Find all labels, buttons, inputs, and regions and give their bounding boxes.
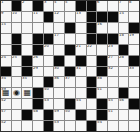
black-cell-r4c11 — [108, 34, 118, 44]
cell-r4c1[interactable] — [1, 34, 11, 44]
black-cell-r10c10 — [97, 99, 107, 109]
black-cell-r7c3 — [22, 67, 32, 77]
cell-r5c9[interactable]: 22 — [87, 45, 97, 55]
cell-r11c7[interactable]: 50 — [65, 110, 75, 120]
clue-number: 23 — [108, 45, 113, 48]
circle-mark-icon: ◉ — [12, 88, 22, 98]
clue-number: 37 — [65, 77, 70, 80]
cell-r9c5[interactable]: 40 — [44, 88, 54, 98]
cell-r2c8[interactable]: 13 — [76, 12, 86, 22]
cell-r3c5[interactable] — [44, 23, 54, 33]
clue-number: 47 — [1, 110, 6, 113]
cell-r3c11[interactable] — [108, 23, 118, 33]
clue-number: 48 — [33, 110, 38, 113]
cell-r12c2[interactable] — [12, 121, 22, 131]
clue-number: 2 — [22, 1, 24, 4]
cell-r8c12[interactable] — [119, 77, 129, 87]
cell-r6c2[interactable]: 25 — [12, 56, 22, 66]
clue-number: 44 — [76, 99, 81, 102]
black-cell-r7c1 — [1, 67, 11, 77]
black-cell-r2c10 — [97, 12, 107, 22]
black-cell-r1c4 — [33, 1, 43, 11]
black-cell-r4c4 — [33, 34, 43, 44]
clue-number: 14 — [119, 12, 124, 15]
cell-r12c3[interactable] — [22, 121, 32, 131]
cell-r6c4[interactable]: 26 — [33, 56, 43, 66]
cell-r2c1[interactable]: 9 — [1, 12, 11, 22]
cell-r9c7[interactable] — [65, 88, 75, 98]
clue-number: 7 — [119, 1, 121, 4]
hatch-mark-icon: ▦ — [1, 88, 11, 98]
cell-r1c7[interactable]: 5 — [65, 1, 75, 11]
cell-r2c7[interactable] — [65, 12, 75, 22]
cell-r6c1[interactable]: 24 — [1, 56, 11, 66]
black-cell-r10c13 — [129, 99, 139, 109]
cell-r2c3[interactable] — [22, 12, 32, 22]
cell-r4c8[interactable] — [76, 34, 86, 44]
cell-r5c1[interactable] — [1, 45, 11, 55]
clue-number: 24 — [1, 56, 6, 59]
black-cell-r11c5 — [44, 110, 54, 120]
cell-r11c13[interactable] — [129, 110, 139, 120]
clue-number: 25 — [12, 56, 17, 59]
cell-r9c3[interactable]: ▦ — [22, 88, 32, 98]
cell-r12c4[interactable] — [33, 121, 43, 131]
black-cell-r9c12 — [119, 88, 129, 98]
black-cell-r12c5 — [44, 121, 54, 131]
cell-r5c13[interactable] — [129, 45, 139, 55]
clue-number: 41 — [97, 88, 102, 91]
cell-r8c11[interactable] — [108, 77, 118, 87]
crossword-grid: 1234567891011121314151617181920212223242… — [0, 0, 140, 132]
clue-number: 11 — [33, 12, 38, 15]
clue-number: 12 — [54, 12, 59, 15]
clue-number: 34 — [1, 77, 6, 80]
cell-r5c5[interactable]: 20 — [44, 45, 54, 55]
cell-r12c10[interactable]: 54 — [97, 121, 107, 131]
black-cell-r6c10 — [97, 56, 107, 66]
cell-r9c11[interactable] — [108, 88, 118, 98]
black-cell-r10c7 — [65, 99, 75, 109]
cell-r1c3[interactable]: 2 — [22, 1, 32, 11]
clue-number: 36 — [54, 77, 59, 80]
clue-number: 33 — [129, 67, 134, 70]
black-cell-r2c9 — [87, 12, 97, 22]
cell-r8c8[interactable] — [76, 77, 86, 87]
cell-r4c12[interactable]: 18 — [119, 34, 129, 44]
cell-r10c8[interactable]: 44 — [76, 99, 86, 109]
cell-r3c12[interactable] — [119, 23, 129, 33]
cell-r9c13[interactable] — [129, 88, 139, 98]
black-cell-r5c7 — [65, 45, 75, 55]
clue-number: 45 — [108, 99, 113, 102]
black-cell-r6c8 — [76, 56, 86, 66]
clue-number: 6 — [97, 1, 99, 4]
cell-r10c11[interactable]: 45 — [108, 99, 118, 109]
cell-r2c12[interactable]: 14 — [119, 12, 129, 22]
cell-r6c9[interactable] — [87, 56, 97, 66]
cell-r8c6[interactable]: 36 — [54, 77, 64, 87]
cell-r10c9[interactable] — [87, 99, 97, 109]
cell-r1c1[interactable]: 1 — [1, 1, 11, 11]
black-cell-r11c3 — [22, 110, 32, 120]
cell-r5c6[interactable] — [54, 45, 64, 55]
cell-r11c2[interactable] — [12, 110, 22, 120]
clue-number: 5 — [65, 1, 67, 4]
cell-r11c4[interactable]: 48 — [33, 110, 43, 120]
cell-r4c3[interactable] — [22, 34, 32, 44]
cell-r12c8[interactable] — [76, 121, 86, 131]
black-cell-r8c5 — [44, 77, 54, 87]
cell-r10c5[interactable]: 43 — [44, 99, 54, 109]
clue-number: 17 — [54, 34, 59, 37]
crossword-page: 1234567891011121314151617181920212223242… — [0, 0, 140, 132]
cell-r12c11[interactable] — [108, 121, 118, 131]
cell-r3c4[interactable] — [33, 23, 43, 33]
black-cell-r3c7 — [65, 23, 75, 33]
black-cell-r5c2 — [12, 45, 22, 55]
cell-r10c1[interactable]: 42 — [1, 99, 11, 109]
clue-number: 51 — [108, 110, 113, 113]
clue-number: 9 — [1, 12, 3, 15]
cell-r7c12[interactable] — [119, 67, 129, 77]
cell-r8c4[interactable] — [33, 77, 43, 87]
cell-r9c8[interactable] — [76, 88, 86, 98]
clue-number: 3 — [44, 1, 46, 4]
black-cell-r4c10 — [97, 34, 107, 44]
cell-r3c3[interactable] — [22, 23, 32, 33]
clue-number: 31 — [76, 67, 81, 70]
black-cell-r5c12 — [119, 45, 129, 55]
cell-r1c5[interactable]: 3 — [44, 1, 54, 11]
cell-r7c8[interactable]: 31 — [76, 67, 86, 77]
cell-r11c12[interactable] — [119, 110, 129, 120]
black-cell-r4c5 — [44, 34, 54, 44]
clue-number: 22 — [87, 45, 92, 48]
black-cell-r7c7 — [65, 67, 75, 77]
black-cell-r9c4 — [33, 88, 43, 98]
black-cell-r4c9 — [87, 34, 97, 44]
black-cell-r6c13 — [129, 56, 139, 66]
cell-r12c12[interactable] — [119, 121, 129, 131]
cell-r3c8[interactable] — [76, 23, 86, 33]
cell-r11c9[interactable] — [87, 110, 97, 120]
clue-number: 20 — [44, 45, 49, 48]
black-cell-r9c9 — [87, 88, 97, 98]
clue-number: 35 — [22, 77, 27, 80]
clue-number: 27 — [108, 56, 113, 59]
cell-r3c6[interactable] — [54, 23, 64, 33]
cell-r12c1[interactable]: 52 — [1, 121, 11, 131]
black-cell-r5c4 — [33, 45, 43, 55]
clue-number: 32 — [108, 67, 113, 70]
clue-number: 50 — [65, 110, 70, 113]
cell-r1c6[interactable]: 4 — [54, 1, 64, 11]
cell-r9c6[interactable] — [54, 88, 64, 98]
cell-r7c5[interactable] — [44, 67, 54, 77]
black-cell-r1c9 — [87, 1, 97, 11]
cell-r9c10[interactable]: 41 — [97, 88, 107, 98]
cell-r3c10[interactable]: 16 — [97, 23, 107, 33]
clue-number: 26 — [33, 56, 38, 59]
cell-r8c13[interactable] — [129, 77, 139, 87]
cell-r7c2[interactable] — [12, 67, 22, 77]
cell-r9c1[interactable]: 39▦ — [1, 88, 11, 98]
cell-r4c13[interactable]: 19 — [129, 34, 139, 44]
hatch-mark-icon: ▦ — [22, 88, 32, 98]
clue-number: 29 — [33, 67, 38, 70]
cell-r8c7[interactable]: 37 — [65, 77, 75, 87]
black-cell-r3c9 — [87, 23, 97, 33]
black-cell-r1c2 — [12, 1, 22, 11]
cell-r4c6[interactable]: 17 — [54, 34, 64, 44]
clue-number: 46 — [119, 99, 124, 102]
clue-number: 54 — [97, 121, 102, 124]
black-cell-r7c10 — [97, 67, 107, 77]
cell-r8c3[interactable]: 35 — [22, 77, 32, 87]
cell-r7c6[interactable]: 30 — [54, 67, 64, 77]
clue-number: 40 — [44, 88, 49, 91]
black-cell-r1c8 — [76, 1, 86, 11]
cell-r7c13[interactable]: 33 — [129, 67, 139, 77]
clue-number: 18 — [119, 34, 124, 37]
cell-r10c2[interactable] — [12, 99, 22, 109]
black-cell-r10c4 — [33, 99, 43, 109]
cell-r6c7[interactable] — [65, 56, 75, 66]
cell-r8c1[interactable]: 34 — [1, 77, 11, 87]
clue-number: 53 — [54, 121, 59, 124]
cell-r5c3[interactable] — [22, 45, 32, 55]
cell-r11c1[interactable]: 47 — [1, 110, 11, 120]
cell-r1c13[interactable]: 8 — [129, 1, 139, 11]
black-cell-r6c3 — [22, 56, 32, 66]
clue-number: 8 — [129, 1, 131, 4]
cell-r8c2[interactable] — [12, 77, 22, 87]
cell-r6c5[interactable] — [44, 56, 54, 66]
cell-r2c13[interactable] — [129, 12, 139, 22]
black-cell-r11c10 — [97, 110, 107, 120]
cell-r4c7[interactable] — [65, 34, 75, 44]
clue-number: 43 — [44, 99, 49, 102]
clue-number: 16 — [97, 23, 102, 26]
black-cell-r6c6 — [54, 56, 64, 66]
cell-r11c11[interactable]: 51 — [108, 110, 118, 120]
cell-r2c2[interactable]: 10 — [12, 12, 22, 22]
cell-r5c10[interactable] — [97, 45, 107, 55]
clue-number: 19 — [129, 34, 134, 37]
cell-r12c6[interactable]: 53 — [54, 121, 64, 131]
black-cell-r2c11 — [108, 12, 118, 22]
black-cell-r12c9 — [87, 121, 97, 131]
cell-r10c12[interactable]: 46 — [119, 99, 129, 109]
clue-number: 28 — [119, 56, 124, 59]
cell-r2c6[interactable]: 12 — [54, 12, 64, 22]
clue-number: 4 — [54, 1, 56, 4]
cell-r7c9[interactable] — [87, 67, 97, 77]
cell-r8c10[interactable]: 38 — [97, 77, 107, 87]
clue-number: 38 — [97, 77, 102, 80]
cell-r5c8[interactable]: 21 — [76, 45, 86, 55]
cell-r9c2[interactable]: ◉ — [12, 88, 22, 98]
black-cell-r2c5 — [44, 12, 54, 22]
cell-r10c6[interactable] — [54, 99, 64, 109]
clue-number: 15 — [1, 23, 6, 26]
cell-r2c4[interactable]: 11 — [33, 12, 43, 22]
cell-r7c11[interactable]: 32 — [108, 67, 118, 77]
clue-number: 42 — [1, 99, 6, 102]
black-cell-r8c9 — [87, 77, 97, 87]
clue-number: 30 — [54, 67, 59, 70]
cell-r7c4[interactable]: 29 — [33, 67, 43, 77]
cell-r1c11[interactable] — [108, 1, 118, 11]
cell-r5c11[interactable]: 23 — [108, 45, 118, 55]
cell-r10c3[interactable] — [22, 99, 32, 109]
cell-r12c13[interactable] — [129, 121, 139, 131]
cell-r1c12[interactable]: 7 — [119, 1, 129, 11]
clue-number: 52 — [1, 121, 6, 124]
clue-number: 10 — [12, 12, 17, 15]
cell-r6c12[interactable]: 28 — [119, 56, 129, 66]
cell-r3c1[interactable]: 15 — [1, 23, 11, 33]
cell-r11c6[interactable]: 49 — [54, 110, 64, 120]
cell-r3c2[interactable] — [12, 23, 22, 33]
clue-number: 49 — [54, 110, 59, 113]
clue-number: 13 — [76, 12, 81, 15]
cell-r1c10[interactable]: 6 — [97, 1, 107, 11]
clue-number: 1 — [1, 1, 3, 4]
black-cell-r3c13 — [129, 23, 139, 33]
cell-r12c7[interactable] — [65, 121, 75, 131]
clue-number: 21 — [76, 45, 81, 48]
black-cell-r4c2 — [12, 34, 22, 44]
black-cell-r11c8 — [76, 110, 86, 120]
cell-r6c11[interactable]: 27 — [108, 56, 118, 66]
